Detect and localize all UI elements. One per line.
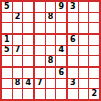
cell-r2c2[interactable]: 2	[13, 13, 23, 23]
cell-r7c4[interactable]	[35, 68, 45, 78]
cell-r9c8[interactable]	[79, 89, 89, 99]
cell-r6c1[interactable]	[2, 56, 12, 66]
cell-r7c9[interactable]	[89, 68, 99, 78]
cell-r6c7[interactable]	[68, 56, 78, 66]
cell-r3c1[interactable]	[2, 23, 12, 33]
cell-r7c2[interactable]	[13, 68, 23, 78]
cell-r2c3[interactable]	[23, 13, 33, 23]
cell-r9c9[interactable]: 2	[89, 89, 99, 99]
cell-r9c3[interactable]	[23, 89, 33, 99]
cell-r1c2[interactable]	[13, 2, 23, 12]
cell-r7c8[interactable]	[79, 68, 89, 78]
cell-r7c5[interactable]	[46, 68, 56, 78]
cell-r3c4[interactable]	[35, 23, 45, 33]
cell-r3c9[interactable]	[89, 23, 99, 33]
cell-r6c3[interactable]	[23, 56, 33, 66]
cell-r3c7[interactable]	[68, 23, 78, 33]
cell-r8c2[interactable]: 8	[13, 79, 23, 89]
cell-r1c4[interactable]	[35, 2, 45, 12]
cell-r3c2[interactable]	[13, 23, 23, 33]
cell-r4c6[interactable]	[56, 35, 66, 45]
cell-r4c5[interactable]	[46, 35, 56, 45]
cell-r5c3[interactable]	[23, 46, 33, 56]
cell-r4c3[interactable]	[23, 35, 33, 45]
cell-r6c9[interactable]	[89, 56, 99, 66]
cell-r8c4[interactable]: 7	[35, 79, 45, 89]
cell-r7c6[interactable]: 6	[56, 68, 66, 78]
cell-r1c6[interactable]: 9	[56, 2, 66, 12]
cell-r6c8[interactable]	[79, 56, 89, 66]
cell-r2c7[interactable]	[68, 13, 78, 23]
cell-r2c4[interactable]	[35, 13, 45, 23]
cell-r5c4[interactable]	[35, 46, 45, 56]
cell-r5c1[interactable]: 5	[2, 46, 12, 56]
cell-r9c5[interactable]	[46, 89, 56, 99]
cell-r8c6[interactable]	[56, 79, 66, 89]
cell-r2c6[interactable]	[56, 13, 66, 23]
cell-r3c6[interactable]	[56, 23, 66, 33]
cell-r2c1[interactable]	[2, 13, 12, 23]
cell-r4c9[interactable]	[89, 35, 99, 45]
cell-r4c7[interactable]: 6	[68, 35, 78, 45]
cell-r8c3[interactable]: 4	[23, 79, 33, 89]
cell-r8c9[interactable]	[89, 79, 99, 89]
cell-r5c9[interactable]	[89, 46, 99, 56]
sudoku-board: 59328165748684732	[0, 0, 101, 101]
cell-r8c7[interactable]: 3	[68, 79, 78, 89]
cell-r7c7[interactable]	[68, 68, 78, 78]
cell-r4c8[interactable]	[79, 35, 89, 45]
cell-r1c8[interactable]	[79, 2, 89, 12]
cell-r8c1[interactable]	[2, 79, 12, 89]
cell-r9c7[interactable]	[68, 89, 78, 99]
cell-r2c8[interactable]	[79, 13, 89, 23]
cell-r1c9[interactable]	[89, 2, 99, 12]
cell-r9c6[interactable]	[56, 89, 66, 99]
cell-r7c1[interactable]	[2, 68, 12, 78]
cell-r3c5[interactable]	[46, 23, 56, 33]
cell-r5c6[interactable]: 4	[56, 46, 66, 56]
cell-r9c4[interactable]	[35, 89, 45, 99]
cell-r3c3[interactable]	[23, 23, 33, 33]
cell-r6c2[interactable]	[13, 56, 23, 66]
cell-r4c4[interactable]	[35, 35, 45, 45]
cell-r6c5[interactable]: 8	[46, 56, 56, 66]
cell-r4c1[interactable]: 1	[2, 35, 12, 45]
cell-r8c8[interactable]	[79, 79, 89, 89]
cell-r5c8[interactable]	[79, 46, 89, 56]
cell-r1c7[interactable]: 3	[68, 2, 78, 12]
cell-r5c2[interactable]: 7	[13, 46, 23, 56]
cell-r6c4[interactable]	[35, 56, 45, 66]
cell-r5c5[interactable]	[46, 46, 56, 56]
cell-r9c1[interactable]	[2, 89, 12, 99]
cell-r2c5[interactable]: 8	[46, 13, 56, 23]
cell-r8c5[interactable]	[46, 79, 56, 89]
cell-r9c2[interactable]	[13, 89, 23, 99]
cell-r1c5[interactable]	[46, 2, 56, 12]
cell-r2c9[interactable]	[89, 13, 99, 23]
cell-r5c7[interactable]	[68, 46, 78, 56]
cell-r6c6[interactable]	[56, 56, 66, 66]
cell-r1c3[interactable]	[23, 2, 33, 12]
cell-r3c8[interactable]	[79, 23, 89, 33]
cell-r4c2[interactable]	[13, 35, 23, 45]
cell-r7c3[interactable]	[23, 68, 33, 78]
cell-r1c1[interactable]: 5	[2, 2, 12, 12]
